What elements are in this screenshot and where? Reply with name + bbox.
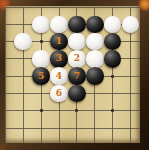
grid-hline-8 <box>5 128 140 129</box>
star-point <box>75 109 78 112</box>
grid-hline-1 <box>5 7 140 8</box>
white-stone[interactable] <box>50 16 68 34</box>
star-point <box>111 109 114 112</box>
black-stone-move-7[interactable]: 7 <box>68 67 86 85</box>
move-number: 4 <box>56 71 62 80</box>
frame-corner-accent-bottom-left <box>0 143 7 150</box>
white-stone[interactable] <box>122 16 140 34</box>
black-stone-move-5[interactable]: 5 <box>32 67 50 85</box>
star-point <box>40 109 43 112</box>
move-number: 3 <box>56 54 62 63</box>
move-number: 5 <box>38 71 44 80</box>
go-board[interactable]: 1325476 <box>5 6 141 143</box>
black-stone[interactable] <box>104 50 122 68</box>
black-stone-move-3[interactable]: 3 <box>50 50 68 68</box>
white-stone[interactable] <box>104 16 122 34</box>
white-stone[interactable] <box>32 50 50 68</box>
move-number: 2 <box>74 54 80 63</box>
white-stone[interactable] <box>14 33 32 51</box>
move-number: 7 <box>74 71 80 80</box>
move-number: 1 <box>56 37 62 46</box>
black-stone[interactable] <box>86 67 104 85</box>
star-point <box>40 40 43 43</box>
white-stone[interactable] <box>68 33 86 51</box>
black-stone-move-1[interactable]: 1 <box>50 33 68 51</box>
white-stone[interactable] <box>32 16 50 34</box>
black-stone[interactable] <box>68 85 86 103</box>
white-stone-move-4[interactable]: 4 <box>50 67 68 85</box>
black-stone[interactable] <box>86 16 104 34</box>
move-number: 6 <box>56 88 62 97</box>
black-stone[interactable] <box>104 33 122 51</box>
white-stone[interactable] <box>86 50 104 68</box>
grid-hline-7 <box>5 110 140 111</box>
black-stone[interactable] <box>68 16 86 34</box>
go-app-window: 1325476 <box>0 0 149 150</box>
frame-corner-accent-top-right <box>139 0 149 11</box>
white-stone-move-2[interactable]: 2 <box>68 50 86 68</box>
white-stone-move-6[interactable]: 6 <box>50 85 68 103</box>
white-stone[interactable] <box>86 33 104 51</box>
star-point <box>111 75 114 78</box>
